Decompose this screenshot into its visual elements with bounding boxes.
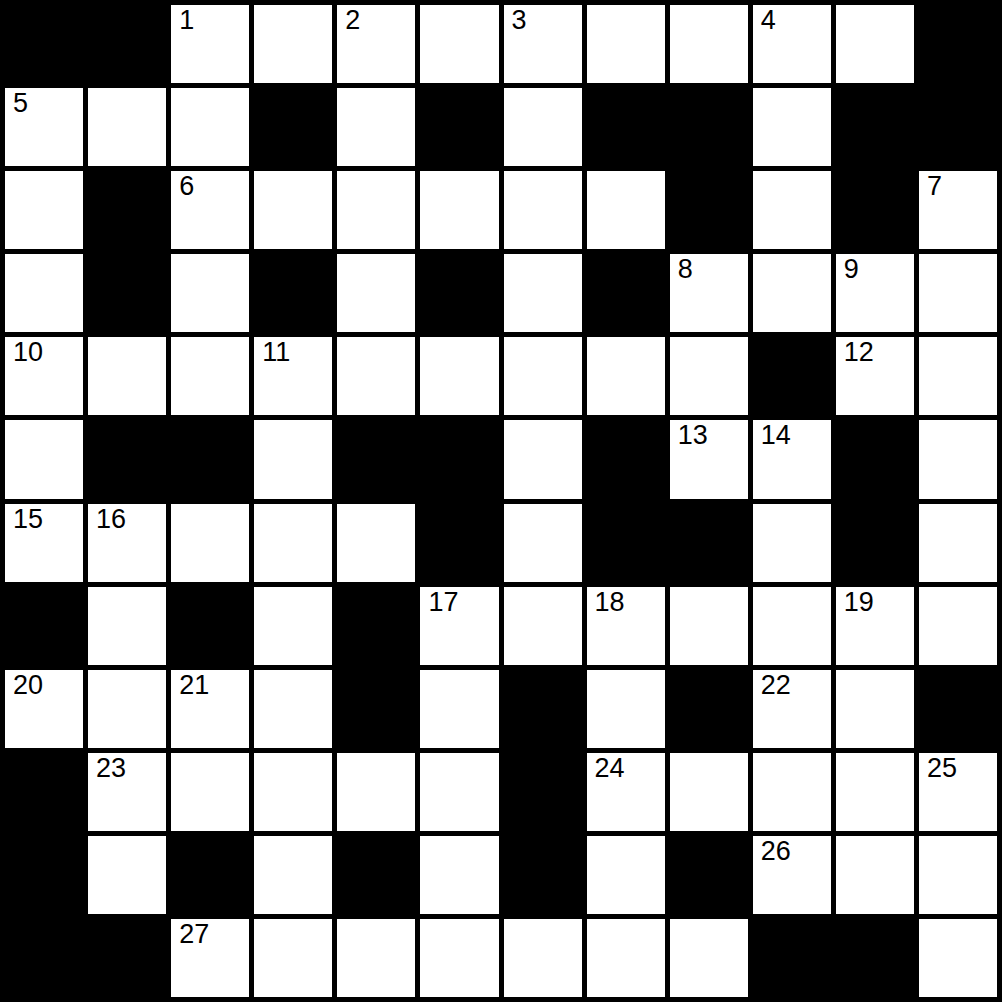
white-cell[interactable]: 10 xyxy=(5,337,83,415)
white-cell[interactable] xyxy=(587,919,665,997)
white-cell[interactable] xyxy=(420,836,498,914)
white-cell[interactable]: 2 xyxy=(337,5,415,83)
clue-number: 17 xyxy=(428,587,458,618)
white-cell[interactable] xyxy=(504,337,582,415)
white-cell[interactable] xyxy=(254,670,332,748)
white-cell[interactable] xyxy=(254,504,332,582)
clue-number: 6 xyxy=(179,171,194,202)
white-cell[interactable] xyxy=(670,919,748,997)
black-cell xyxy=(254,254,332,332)
white-cell[interactable] xyxy=(254,753,332,831)
white-cell[interactable]: 7 xyxy=(919,171,997,249)
white-cell[interactable] xyxy=(753,587,831,665)
black-cell xyxy=(254,88,332,166)
white-cell[interactable] xyxy=(88,587,166,665)
white-cell[interactable]: 16 xyxy=(88,504,166,582)
white-cell[interactable]: 1 xyxy=(171,5,249,83)
white-cell[interactable] xyxy=(5,171,83,249)
black-cell xyxy=(420,88,498,166)
white-cell[interactable]: 20 xyxy=(5,670,83,748)
black-cell xyxy=(420,420,498,498)
white-cell[interactable] xyxy=(836,670,914,748)
black-cell xyxy=(5,919,83,997)
black-cell xyxy=(5,5,83,83)
white-cell[interactable] xyxy=(919,254,997,332)
white-cell[interactable] xyxy=(254,919,332,997)
black-cell xyxy=(88,171,166,249)
black-cell xyxy=(836,88,914,166)
black-cell xyxy=(836,504,914,582)
black-cell xyxy=(337,587,415,665)
white-cell[interactable]: 9 xyxy=(836,254,914,332)
white-cell[interactable] xyxy=(836,753,914,831)
white-cell[interactable]: 23 xyxy=(88,753,166,831)
white-cell[interactable] xyxy=(836,5,914,83)
white-cell[interactable] xyxy=(504,504,582,582)
clue-number: 15 xyxy=(13,504,43,535)
black-cell xyxy=(337,670,415,748)
white-cell[interactable] xyxy=(254,587,332,665)
white-cell[interactable] xyxy=(587,5,665,83)
white-cell[interactable]: 4 xyxy=(753,5,831,83)
white-cell[interactable] xyxy=(504,919,582,997)
clue-number: 21 xyxy=(179,670,209,701)
clue-number: 7 xyxy=(927,171,942,202)
black-cell xyxy=(919,670,997,748)
black-cell xyxy=(5,836,83,914)
black-cell xyxy=(587,420,665,498)
black-cell xyxy=(919,5,997,83)
white-cell[interactable]: 5 xyxy=(5,88,83,166)
white-cell[interactable]: 17 xyxy=(420,587,498,665)
white-cell[interactable]: 22 xyxy=(753,670,831,748)
white-cell[interactable] xyxy=(587,836,665,914)
white-cell[interactable] xyxy=(254,5,332,83)
black-cell xyxy=(753,919,831,997)
white-cell[interactable] xyxy=(587,670,665,748)
clue-number: 13 xyxy=(678,420,708,451)
white-cell[interactable] xyxy=(504,88,582,166)
white-cell[interactable]: 11 xyxy=(254,337,332,415)
black-cell xyxy=(836,919,914,997)
white-cell[interactable] xyxy=(919,504,997,582)
white-cell[interactable] xyxy=(587,171,665,249)
clue-number: 20 xyxy=(13,670,43,701)
black-cell xyxy=(171,836,249,914)
clue-number: 22 xyxy=(761,670,791,701)
white-cell[interactable] xyxy=(504,171,582,249)
black-cell xyxy=(504,753,582,831)
white-cell[interactable] xyxy=(670,753,748,831)
white-cell[interactable] xyxy=(753,171,831,249)
black-cell xyxy=(504,670,582,748)
clue-number: 19 xyxy=(844,587,874,618)
clue-number: 16 xyxy=(96,504,126,535)
black-cell xyxy=(670,670,748,748)
white-cell[interactable]: 14 xyxy=(753,420,831,498)
white-cell[interactable] xyxy=(254,836,332,914)
white-cell[interactable] xyxy=(420,753,498,831)
white-cell[interactable] xyxy=(670,5,748,83)
white-cell[interactable] xyxy=(5,254,83,332)
black-cell xyxy=(587,254,665,332)
black-cell xyxy=(88,919,166,997)
clue-number: 12 xyxy=(844,337,874,368)
white-cell[interactable] xyxy=(171,337,249,415)
white-cell[interactable] xyxy=(670,587,748,665)
white-cell[interactable]: 27 xyxy=(171,919,249,997)
white-cell[interactable]: 26 xyxy=(753,836,831,914)
white-cell[interactable] xyxy=(504,420,582,498)
white-cell[interactable] xyxy=(836,836,914,914)
white-cell[interactable] xyxy=(919,587,997,665)
black-cell xyxy=(88,254,166,332)
white-cell[interactable] xyxy=(753,753,831,831)
white-cell[interactable] xyxy=(171,504,249,582)
white-cell[interactable]: 3 xyxy=(504,5,582,83)
white-cell[interactable]: 13 xyxy=(670,420,748,498)
clue-number: 9 xyxy=(844,254,859,285)
white-cell[interactable]: 25 xyxy=(919,753,997,831)
black-cell xyxy=(504,836,582,914)
clue-number: 27 xyxy=(179,919,209,950)
white-cell[interactable] xyxy=(919,836,997,914)
black-cell xyxy=(5,753,83,831)
black-cell xyxy=(587,88,665,166)
white-cell[interactable] xyxy=(504,254,582,332)
white-cell[interactable] xyxy=(587,337,665,415)
clue-number: 10 xyxy=(13,337,43,368)
black-cell xyxy=(337,420,415,498)
black-cell xyxy=(88,420,166,498)
clue-number: 26 xyxy=(761,836,791,867)
black-cell xyxy=(88,5,166,83)
white-cell[interactable] xyxy=(420,5,498,83)
black-cell xyxy=(670,504,748,582)
white-cell[interactable] xyxy=(753,88,831,166)
white-cell[interactable] xyxy=(420,337,498,415)
crossword-grid: 1234567891011121314151617181920212223242… xyxy=(0,0,1002,1002)
clue-number: 11 xyxy=(262,337,290,368)
clue-number: 25 xyxy=(927,753,957,784)
white-cell[interactable] xyxy=(337,171,415,249)
white-cell[interactable] xyxy=(88,88,166,166)
white-cell[interactable] xyxy=(919,919,997,997)
black-cell xyxy=(670,171,748,249)
clue-number: 3 xyxy=(512,5,527,36)
black-cell xyxy=(5,587,83,665)
clue-number: 23 xyxy=(96,753,126,784)
clue-number: 4 xyxy=(761,5,776,36)
white-cell[interactable] xyxy=(919,420,997,498)
white-cell[interactable] xyxy=(337,254,415,332)
black-cell xyxy=(670,88,748,166)
white-cell[interactable] xyxy=(504,587,582,665)
black-cell xyxy=(420,254,498,332)
black-cell xyxy=(171,420,249,498)
black-cell xyxy=(836,420,914,498)
white-cell[interactable] xyxy=(337,504,415,582)
clue-number: 24 xyxy=(595,753,625,784)
black-cell xyxy=(420,504,498,582)
white-cell[interactable] xyxy=(171,753,249,831)
white-cell[interactable] xyxy=(337,337,415,415)
black-cell xyxy=(836,171,914,249)
white-cell[interactable] xyxy=(88,836,166,914)
black-cell xyxy=(337,836,415,914)
white-cell[interactable] xyxy=(254,171,332,249)
clue-number: 18 xyxy=(595,587,625,618)
white-cell[interactable] xyxy=(337,88,415,166)
white-cell[interactable] xyxy=(171,88,249,166)
white-cell[interactable] xyxy=(5,420,83,498)
white-cell[interactable] xyxy=(88,337,166,415)
white-cell[interactable]: 12 xyxy=(836,337,914,415)
clue-number: 14 xyxy=(761,420,791,451)
clue-number: 1 xyxy=(179,5,194,36)
white-cell[interactable]: 19 xyxy=(836,587,914,665)
white-cell[interactable] xyxy=(337,919,415,997)
white-cell[interactable]: 18 xyxy=(587,587,665,665)
white-cell[interactable] xyxy=(753,504,831,582)
white-cell[interactable] xyxy=(919,337,997,415)
clue-number: 8 xyxy=(678,254,693,285)
white-cell[interactable] xyxy=(420,919,498,997)
clue-number: 5 xyxy=(13,88,28,119)
white-cell[interactable]: 8 xyxy=(670,254,748,332)
white-cell[interactable]: 15 xyxy=(5,504,83,582)
white-cell[interactable]: 6 xyxy=(171,171,249,249)
clue-number: 2 xyxy=(345,5,360,36)
white-cell[interactable] xyxy=(254,420,332,498)
black-cell xyxy=(919,88,997,166)
black-cell xyxy=(587,504,665,582)
white-cell[interactable] xyxy=(753,254,831,332)
black-cell xyxy=(753,337,831,415)
white-cell[interactable] xyxy=(171,254,249,332)
white-cell[interactable] xyxy=(88,670,166,748)
black-cell xyxy=(670,836,748,914)
white-cell[interactable] xyxy=(670,337,748,415)
white-cell[interactable]: 21 xyxy=(171,670,249,748)
white-cell[interactable] xyxy=(420,171,498,249)
black-cell xyxy=(171,587,249,665)
white-cell[interactable]: 24 xyxy=(587,753,665,831)
white-cell[interactable] xyxy=(337,753,415,831)
white-cell[interactable] xyxy=(420,670,498,748)
